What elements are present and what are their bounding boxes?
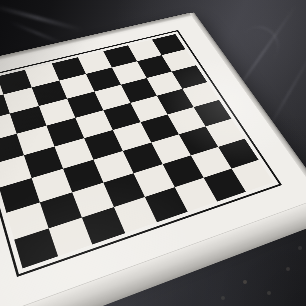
photo-scene — [0, 0, 306, 306]
chessboard-tile — [0, 18, 306, 304]
slate-vein — [229, 18, 287, 76]
slate-dust-specks — [0, 0, 2, 2]
slate-highlight-1 — [0, 4, 84, 32]
